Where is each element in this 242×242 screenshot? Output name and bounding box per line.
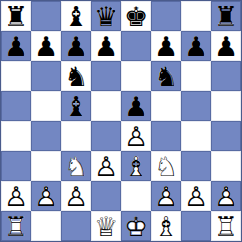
- square-c5[interactable]: ♗♝: [61, 91, 91, 121]
- piece-glyph-ink: ♙: [61, 181, 91, 211]
- square-h8[interactable]: ♖♜: [211, 1, 241, 31]
- square-f2[interactable]: ♟♙: [151, 181, 181, 211]
- square-e8[interactable]: ♔♚: [121, 1, 151, 31]
- piece-white-rook-icon: ♜♖: [1, 211, 31, 241]
- square-e2[interactable]: [121, 181, 151, 211]
- piece-white-rook-icon: ♜♖: [211, 211, 241, 241]
- square-g3[interactable]: [181, 151, 211, 181]
- square-b6[interactable]: [31, 61, 61, 91]
- piece-glyph-ink: ♕: [91, 211, 121, 241]
- piece-glyph-ink: ♟: [31, 31, 61, 61]
- piece-glyph-ink: ♜: [1, 1, 31, 31]
- square-d6[interactable]: [91, 61, 121, 91]
- piece-black-king-icon: ♔♚: [121, 1, 151, 31]
- piece-black-knight-icon: ♘♞: [151, 61, 181, 91]
- piece-black-pawn-icon: ♙♟: [151, 31, 181, 61]
- square-a8[interactable]: ♖♜: [1, 1, 31, 31]
- square-b1[interactable]: [31, 211, 61, 241]
- piece-glyph-ink: ♔: [121, 211, 151, 241]
- square-h1[interactable]: ♜♖: [211, 211, 241, 241]
- piece-glyph-ink: ♙: [181, 181, 211, 211]
- piece-white-king-icon: ♚♔: [121, 211, 151, 241]
- square-h5[interactable]: [211, 91, 241, 121]
- square-g8[interactable]: [181, 1, 211, 31]
- square-d8[interactable]: ♕♛: [91, 1, 121, 31]
- piece-white-knight-icon: ♞♘: [61, 151, 91, 181]
- square-c6[interactable]: ♘♞: [61, 61, 91, 91]
- piece-glyph-ink: ♝: [61, 1, 91, 31]
- square-e5[interactable]: ♙♟: [121, 91, 151, 121]
- square-e1[interactable]: ♚♔: [121, 211, 151, 241]
- piece-black-queen-icon: ♕♛: [91, 1, 121, 31]
- piece-glyph-ink: ♟: [211, 31, 241, 61]
- square-f8[interactable]: [151, 1, 181, 31]
- piece-glyph-ink: ♗: [151, 211, 181, 241]
- square-d7[interactable]: ♙♟: [91, 31, 121, 61]
- piece-white-pawn-icon: ♟♙: [121, 121, 151, 151]
- square-g7[interactable]: ♙♟: [181, 31, 211, 61]
- square-h7[interactable]: ♙♟: [211, 31, 241, 61]
- square-c2[interactable]: ♟♙: [61, 181, 91, 211]
- square-a7[interactable]: ♙♟: [1, 31, 31, 61]
- square-b3[interactable]: [31, 151, 61, 181]
- square-e7[interactable]: [121, 31, 151, 61]
- piece-glyph-ink: ♞: [151, 61, 181, 91]
- square-d3[interactable]: ♟♙: [91, 151, 121, 181]
- piece-black-pawn-icon: ♙♟: [181, 31, 211, 61]
- piece-glyph-ink: ♙: [151, 181, 181, 211]
- piece-white-queen-icon: ♛♕: [91, 211, 121, 241]
- piece-white-pawn-icon: ♟♙: [61, 181, 91, 211]
- square-b7[interactable]: ♙♟: [31, 31, 61, 61]
- piece-glyph-ink: ♜: [211, 1, 241, 31]
- piece-white-knight-icon: ♞♘: [151, 151, 181, 181]
- square-h3[interactable]: [211, 151, 241, 181]
- piece-glyph-ink: ♙: [31, 181, 61, 211]
- square-d1[interactable]: ♛♕: [91, 211, 121, 241]
- piece-glyph-ink: ♙: [211, 181, 241, 211]
- square-a4[interactable]: [1, 121, 31, 151]
- square-a3[interactable]: [1, 151, 31, 181]
- square-h4[interactable]: [211, 121, 241, 151]
- square-f7[interactable]: ♙♟: [151, 31, 181, 61]
- square-a1[interactable]: ♜♖: [1, 211, 31, 241]
- piece-black-knight-icon: ♘♞: [61, 61, 91, 91]
- piece-glyph-ink: ♛: [91, 1, 121, 31]
- piece-glyph-ink: ♞: [61, 61, 91, 91]
- piece-glyph-ink: ♟: [181, 31, 211, 61]
- piece-black-pawn-icon: ♙♟: [61, 31, 91, 61]
- piece-glyph-ink: ♖: [211, 211, 241, 241]
- piece-glyph-ink: ♚: [121, 1, 151, 31]
- square-g5[interactable]: [181, 91, 211, 121]
- piece-black-bishop-icon: ♗♝: [61, 91, 91, 121]
- piece-black-pawn-icon: ♙♟: [211, 31, 241, 61]
- piece-glyph-ink: ♟: [61, 31, 91, 61]
- square-e6[interactable]: [121, 61, 151, 91]
- square-a2[interactable]: ♟♙: [1, 181, 31, 211]
- piece-glyph-ink: ♟: [1, 31, 31, 61]
- chess-board: ♖♜♗♝♕♛♔♚♖♜♙♟♙♟♙♟♙♟♙♟♙♟♙♟♘♞♘♞♗♝♙♟♟♙♞♘♟♙♝♗…: [0, 0, 242, 242]
- square-g4[interactable]: [181, 121, 211, 151]
- piece-black-bishop-icon: ♗♝: [61, 1, 91, 31]
- square-b8[interactable]: [31, 1, 61, 31]
- piece-white-pawn-icon: ♟♙: [151, 181, 181, 211]
- piece-black-pawn-icon: ♙♟: [91, 31, 121, 61]
- square-a6[interactable]: [1, 61, 31, 91]
- piece-black-rook-icon: ♖♜: [211, 1, 241, 31]
- square-b5[interactable]: [31, 91, 61, 121]
- piece-glyph-ink: ♘: [151, 151, 181, 181]
- square-f1[interactable]: ♝♗: [151, 211, 181, 241]
- square-e3[interactable]: ♝♗: [121, 151, 151, 181]
- piece-black-pawn-icon: ♙♟: [1, 31, 31, 61]
- square-c7[interactable]: ♙♟: [61, 31, 91, 61]
- square-f3[interactable]: ♞♘: [151, 151, 181, 181]
- piece-white-pawn-icon: ♟♙: [31, 181, 61, 211]
- square-a5[interactable]: [1, 91, 31, 121]
- piece-glyph-ink: ♖: [1, 211, 31, 241]
- piece-white-pawn-icon: ♟♙: [91, 151, 121, 181]
- square-h2[interactable]: ♟♙: [211, 181, 241, 211]
- square-c8[interactable]: ♗♝: [61, 1, 91, 31]
- square-d5[interactable]: [91, 91, 121, 121]
- piece-glyph-ink: ♝: [61, 91, 91, 121]
- piece-white-bishop-icon: ♝♗: [121, 151, 151, 181]
- piece-white-bishop-icon: ♝♗: [151, 211, 181, 241]
- piece-white-pawn-icon: ♟♙: [181, 181, 211, 211]
- piece-black-rook-icon: ♖♜: [1, 1, 31, 31]
- square-c3[interactable]: ♞♘: [61, 151, 91, 181]
- square-g2[interactable]: ♟♙: [181, 181, 211, 211]
- square-b2[interactable]: ♟♙: [31, 181, 61, 211]
- square-f5[interactable]: [151, 91, 181, 121]
- square-d4[interactable]: [91, 121, 121, 151]
- square-g1[interactable]: [181, 211, 211, 241]
- piece-white-pawn-icon: ♟♙: [1, 181, 31, 211]
- piece-white-pawn-icon: ♟♙: [211, 181, 241, 211]
- piece-glyph-ink: ♗: [121, 151, 151, 181]
- square-g6[interactable]: [181, 61, 211, 91]
- piece-glyph-ink: ♘: [61, 151, 91, 181]
- piece-black-pawn-icon: ♙♟: [31, 31, 61, 61]
- square-e4[interactable]: ♟♙: [121, 121, 151, 151]
- piece-glyph-ink: ♟: [91, 31, 121, 61]
- piece-glyph-ink: ♙: [1, 181, 31, 211]
- square-c4[interactable]: [61, 121, 91, 151]
- piece-black-pawn-icon: ♙♟: [121, 91, 151, 121]
- square-f4[interactable]: [151, 121, 181, 151]
- piece-glyph-ink: ♙: [121, 121, 151, 151]
- square-f6[interactable]: ♘♞: [151, 61, 181, 91]
- square-c1[interactable]: [61, 211, 91, 241]
- piece-glyph-ink: ♙: [91, 151, 121, 181]
- piece-glyph-ink: ♟: [151, 31, 181, 61]
- square-b4[interactable]: [31, 121, 61, 151]
- square-d2[interactable]: [91, 181, 121, 211]
- piece-glyph-ink: ♟: [121, 91, 151, 121]
- square-h6[interactable]: [211, 61, 241, 91]
